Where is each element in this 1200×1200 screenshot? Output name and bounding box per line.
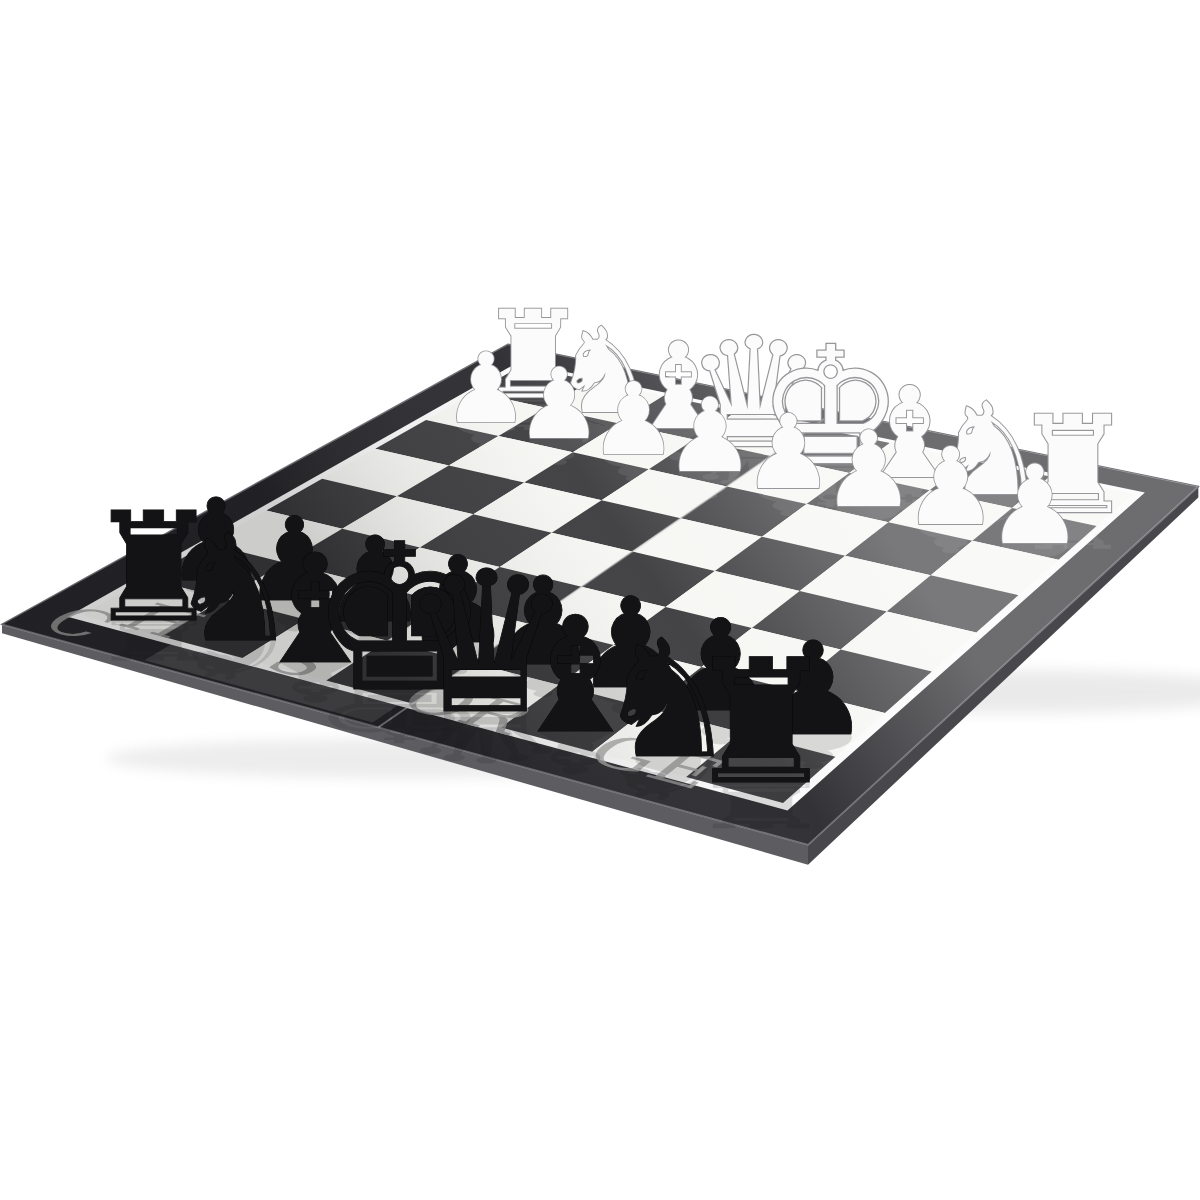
- chessboard-scene: CHSORGE♜♜♞♞♟♟♝♝♟♟♛♛♟♟♚♚♟♟♝♝♟♟♞♞♟♟♜♜♟♟♟♟♟…: [0, 0, 1200, 1200]
- piece-white-pawn-f2[interactable]: ♟: [821, 409, 915, 531]
- piece-white-pawn-h2[interactable]: ♟: [986, 442, 1084, 569]
- piece-black-rook-h8[interactable]: ♜: [684, 622, 838, 823]
- piece-white-pawn-g2[interactable]: ♟: [903, 425, 999, 549]
